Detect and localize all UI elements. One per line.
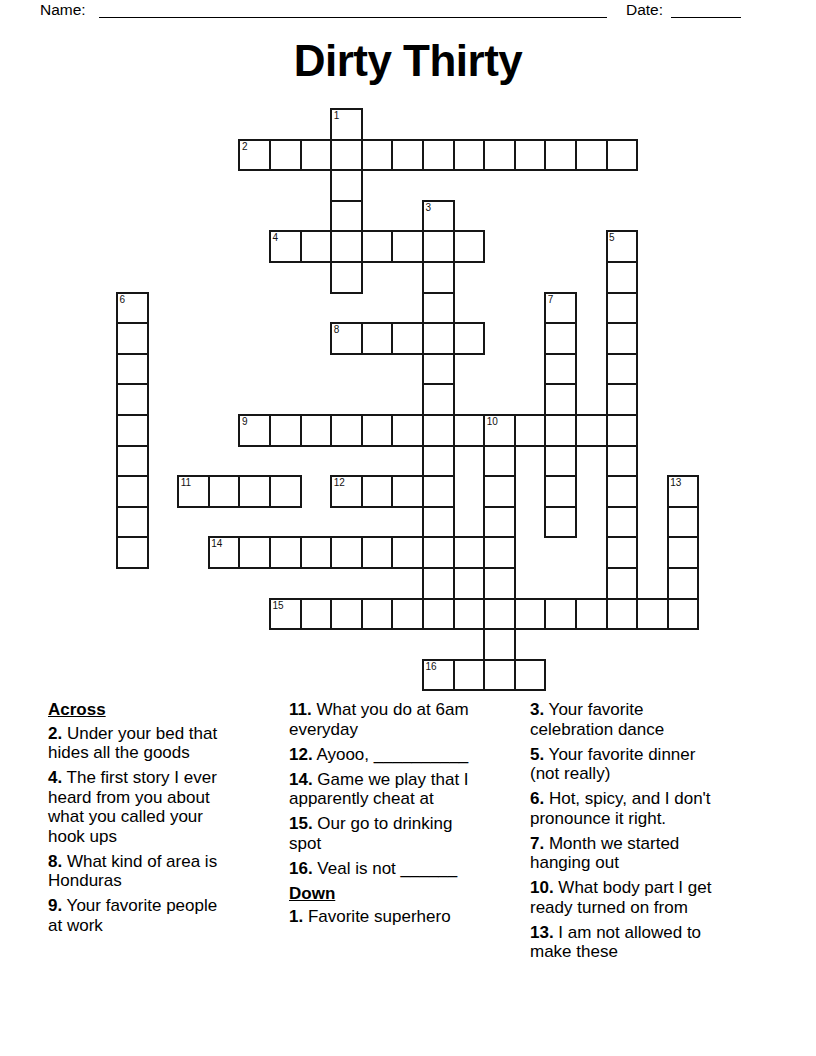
grid-cell [544,506,577,539]
grid-cell [606,445,639,478]
grid-cell [453,230,486,263]
grid-cell [544,475,577,508]
grid-cell [269,475,302,508]
grid-cell [300,414,333,447]
grid-cell [422,261,455,294]
grid-cell [667,567,700,600]
grid-cell [544,322,577,355]
clue-number: 9 [242,416,248,427]
grid-cell [391,414,424,447]
grid-cell [422,536,455,569]
down-heading: Down [289,884,479,904]
grid-cell: 1 [330,108,363,141]
grid-cell [544,598,577,631]
grid-cell [606,567,639,600]
grid-cell [636,598,669,631]
clue-column-2: 11. What you do at 6am everyday12. Ayooo… [289,700,479,932]
grid-cell [300,139,333,172]
grid-cell [391,230,424,263]
clue-number: 13 [670,477,681,488]
grid-cell [269,414,302,447]
date-fill-line [671,0,741,18]
clue-number: 12 [334,477,345,488]
grid-cell [422,598,455,631]
grid-cell [575,598,608,631]
grid-cell: 12 [330,475,363,508]
grid-cell [606,475,639,508]
grid-cell: 13 [667,475,700,508]
clue-number: 3 [425,202,431,213]
grid-cell: 4 [269,230,302,263]
grid-cell [361,475,394,508]
grid-cell: 11 [177,475,210,508]
grid-cell [361,598,394,631]
grid-cell [453,322,486,355]
grid-cell [330,536,363,569]
grid-cell [606,598,639,631]
grid-cell [544,383,577,416]
grid-cell [422,567,455,600]
grid-cell [116,353,149,386]
grid-cell [606,261,639,294]
clue-number: 10 [487,416,498,427]
clue-4: 4. The first story I ever heard from you… [48,768,233,846]
grid-cell [483,536,516,569]
grid-cell [514,414,547,447]
grid-cell [483,628,516,661]
grid-cell [575,414,608,447]
grid-cell [606,292,639,325]
grid-cell [116,445,149,478]
grid-cell [544,353,577,386]
grid-cell [330,414,363,447]
grid-cell [453,598,486,631]
clue-11: 11. What you do at 6am everyday [289,700,479,739]
clue-number: 16 [425,661,436,672]
grid-cell [238,475,271,508]
grid-cell: 16 [422,659,455,692]
clue-3: 3. Your favorite celebration dance [530,700,725,739]
grid-cell [238,536,271,569]
grid-cell [606,139,639,172]
name-label: Name: [40,1,86,19]
grid-cell [453,414,486,447]
grid-cell: 6 [116,292,149,325]
grid-cell [391,139,424,172]
grid-cell [483,139,516,172]
grid-cell: 7 [544,292,577,325]
grid-cell [269,536,302,569]
grid-cell [300,598,333,631]
grid-cell [269,139,302,172]
grid-cell [422,475,455,508]
clue-15: 15. Our go to drinking spot [289,814,479,853]
grid-cell [575,139,608,172]
grid-cell [606,353,639,386]
grid-cell [422,353,455,386]
grid-cell [330,230,363,263]
clue-16: 16. Veal is not ______ [289,859,479,879]
across-heading: Across [48,700,233,720]
grid-cell [422,292,455,325]
grid-cell [483,475,516,508]
name-fill-line [99,0,607,18]
grid-cell [361,230,394,263]
grid-cell [422,383,455,416]
clue-9: 9. Your favorite people at work [48,896,233,935]
grid-cell [606,322,639,355]
clue-number: 4 [272,232,278,243]
clue-number: 6 [120,294,126,305]
grid-cell [514,659,547,692]
grid-cell [300,536,333,569]
grid-cell [667,598,700,631]
grid-cell [391,536,424,569]
grid-cell: 3 [422,200,455,233]
grid-cell [514,598,547,631]
grid-cell [330,200,363,233]
grid-cell [483,506,516,539]
grid-cell [330,139,363,172]
grid-cell: 8 [330,322,363,355]
grid-cell [453,139,486,172]
grid-cell [483,567,516,600]
grid-cell [330,169,363,202]
grid-cell [361,536,394,569]
clue-12: 12. Ayooo, __________ [289,745,479,765]
clue-column-1: Across2. Under your bed that hides all t… [48,700,233,941]
grid-cell [422,139,455,172]
grid-cell [453,659,486,692]
grid-cell [116,383,149,416]
clue-number: 1 [334,110,340,121]
grid-cell [483,445,516,478]
grid-cell [422,322,455,355]
grid-cell [300,230,333,263]
grid-cell [330,261,363,294]
clue-number: 7 [548,294,554,305]
grid-cell [483,659,516,692]
clue-14: 14. Game we play that I apparently cheat… [289,770,479,809]
clue-number: 15 [272,600,283,611]
grid-cell [606,414,639,447]
grid-cell [116,414,149,447]
grid-cell [544,139,577,172]
grid-cell [116,536,149,569]
grid-cell: 2 [238,139,271,172]
clue-number: 5 [609,232,615,243]
grid-cell [116,322,149,355]
clue-6: 6. Hot, spicy, and I don't pronounce it … [530,789,725,828]
clue-5: 5. Your favorite dinner (not really) [530,745,725,784]
grid-cell: 15 [269,598,302,631]
grid-cell [453,536,486,569]
grid-cell [667,536,700,569]
clue-number: 8 [334,324,340,335]
grid-cell [391,322,424,355]
clue-2: 2. Under your bed that hides all the goo… [48,724,233,763]
grid-cell [330,598,363,631]
clue-1: 1. Favorite superhero [289,907,479,927]
grid-cell: 10 [483,414,516,447]
clue-number: 2 [242,141,248,152]
grid-cell [606,506,639,539]
grid-cell [361,139,394,172]
grid-cell [606,383,639,416]
grid-cell [116,506,149,539]
grid-cell: 14 [208,536,241,569]
clue-column-3: 3. Your favorite celebration dance5. You… [530,700,725,967]
grid-cell [544,414,577,447]
grid-cell [116,475,149,508]
grid-cell [667,506,700,539]
clue-number: 11 [181,477,191,488]
grid-cell: 9 [238,414,271,447]
grid-cell [606,536,639,569]
grid-cell [361,322,394,355]
grid-cell [544,445,577,478]
date-label: Date: [626,1,663,19]
clue-7: 7. Month we started hanging out [530,834,725,873]
grid-cell [422,414,455,447]
grid-cell [391,475,424,508]
grid-cell [483,598,516,631]
clue-13: 13. I am not allowed to make these [530,923,725,962]
crossword-board: 12345678910111213141516 [117,109,698,690]
grid-cell: 5 [606,230,639,263]
clue-8: 8. What kind of area is Honduras [48,852,233,891]
grid-cell [391,598,424,631]
grid-cell [422,445,455,478]
page-title: Dirty Thirty [0,36,816,86]
grid-cell [361,414,394,447]
grid-cell [208,475,241,508]
clue-10: 10. What body part I get ready turned on… [530,878,725,917]
grid-cell [514,139,547,172]
grid-cell [422,230,455,263]
grid-cell [422,506,455,539]
clue-number: 14 [211,538,222,549]
